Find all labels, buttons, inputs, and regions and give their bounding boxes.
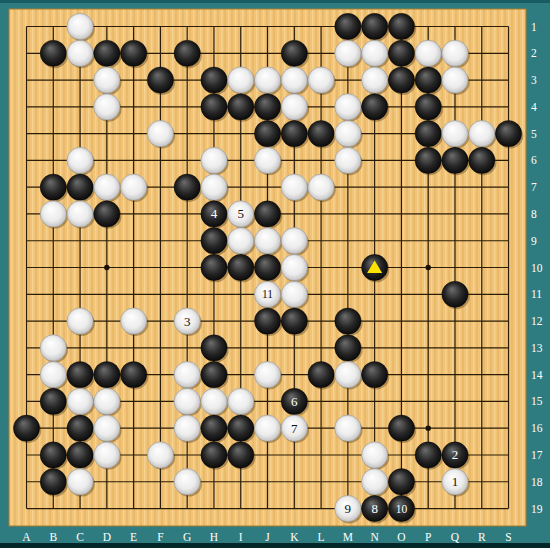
white-stone[interactable] — [201, 388, 227, 414]
white-stone[interactable] — [281, 174, 307, 200]
row-label-15: 15 — [531, 395, 543, 407]
black-stone[interactable] — [201, 442, 227, 468]
black-stone[interactable] — [174, 174, 200, 200]
white-stone[interactable] — [94, 174, 120, 200]
column-label-S: S — [505, 531, 511, 543]
black-stone[interactable] — [415, 120, 441, 146]
white-stone[interactable] — [308, 174, 334, 200]
black-stone[interactable] — [120, 40, 146, 66]
black-stone[interactable] — [415, 67, 441, 93]
white-stone[interactable] — [94, 94, 120, 120]
column-label-I: I — [239, 531, 243, 543]
black-stone[interactable] — [281, 308, 307, 334]
white-stone[interactable] — [281, 254, 307, 280]
column-label-B: B — [49, 531, 57, 543]
black-stone[interactable] — [201, 361, 227, 387]
white-stone[interactable] — [281, 94, 307, 120]
black-stone[interactable] — [40, 442, 66, 468]
column-label-A: A — [22, 531, 31, 543]
black-stone[interactable] — [388, 40, 414, 66]
black-stone[interactable] — [254, 94, 280, 120]
black-stone[interactable] — [67, 415, 93, 441]
column-label-F: F — [157, 531, 163, 543]
go-board[interactable]: 1234567891011ABCDEFGHIJKLMNOPQRS12345678… — [0, 0, 550, 548]
column-label-Q: Q — [451, 531, 460, 543]
white-stone[interactable] — [281, 228, 307, 254]
white-stone[interactable] — [228, 388, 254, 414]
white-stone[interactable] — [335, 147, 361, 173]
white-stone[interactable] — [335, 40, 361, 66]
white-stone[interactable] — [40, 201, 66, 227]
black-stone[interactable] — [67, 442, 93, 468]
row-label-16: 16 — [531, 422, 543, 434]
black-stone[interactable] — [228, 94, 254, 120]
star-point-P16 — [426, 426, 431, 431]
row-label-13: 13 — [531, 342, 543, 354]
black-stone[interactable] — [442, 281, 468, 307]
white-stone[interactable] — [335, 94, 361, 120]
frame-top-edge — [0, 0, 550, 3]
white-stone[interactable] — [281, 281, 307, 307]
row-label-10: 10 — [531, 262, 543, 274]
move-number-6: 6 — [291, 394, 298, 409]
white-stone[interactable] — [174, 415, 200, 441]
move-number-10: 10 — [396, 503, 408, 515]
black-stone[interactable] — [40, 388, 66, 414]
white-stone[interactable] — [254, 147, 280, 173]
star-point-P10 — [426, 265, 431, 270]
white-stone[interactable] — [361, 40, 387, 66]
black-stone[interactable] — [442, 147, 468, 173]
white-stone[interactable] — [201, 174, 227, 200]
black-stone[interactable] — [94, 201, 120, 227]
black-stone[interactable] — [415, 442, 441, 468]
row-label-18: 18 — [531, 476, 543, 488]
black-stone[interactable] — [147, 67, 173, 93]
black-stone[interactable] — [40, 469, 66, 495]
white-stone[interactable] — [442, 120, 468, 146]
row-label-14: 14 — [531, 369, 543, 381]
black-stone[interactable] — [174, 40, 200, 66]
white-stone[interactable] — [174, 361, 200, 387]
black-stone[interactable] — [335, 13, 361, 39]
black-stone[interactable] — [94, 40, 120, 66]
black-stone[interactable] — [228, 442, 254, 468]
white-stone[interactable] — [67, 147, 93, 173]
black-stone[interactable] — [335, 308, 361, 334]
white-stone[interactable] — [67, 201, 93, 227]
black-stone[interactable] — [67, 361, 93, 387]
black-stone[interactable] — [254, 120, 280, 146]
row-label-9: 9 — [531, 235, 537, 247]
column-label-H: H — [210, 531, 218, 543]
black-stone[interactable] — [254, 201, 280, 227]
move-number-7: 7 — [291, 421, 298, 436]
white-stone[interactable] — [94, 415, 120, 441]
black-stone[interactable] — [281, 120, 307, 146]
black-stone[interactable] — [361, 361, 387, 387]
row-label-12: 12 — [531, 315, 543, 327]
column-label-C: C — [76, 531, 84, 543]
column-label-N: N — [370, 531, 379, 543]
white-stone[interactable] — [228, 67, 254, 93]
black-stone[interactable] — [415, 94, 441, 120]
white-stone[interactable] — [361, 442, 387, 468]
white-stone[interactable] — [254, 361, 280, 387]
black-stone[interactable] — [228, 415, 254, 441]
column-label-D: D — [103, 531, 111, 543]
row-label-4: 4 — [531, 101, 537, 113]
white-stone[interactable] — [174, 469, 200, 495]
black-stone[interactable] — [13, 415, 39, 441]
move-number-1: 1 — [452, 474, 459, 489]
black-stone[interactable] — [94, 361, 120, 387]
star-point-D10 — [104, 265, 109, 270]
column-label-J: J — [265, 531, 270, 543]
black-stone[interactable] — [469, 147, 495, 173]
white-stone[interactable] — [67, 469, 93, 495]
black-stone[interactable] — [281, 40, 307, 66]
black-stone[interactable] — [120, 361, 146, 387]
white-stone[interactable] — [201, 147, 227, 173]
black-stone[interactable] — [254, 308, 280, 334]
black-stone[interactable] — [388, 415, 414, 441]
white-stone[interactable] — [335, 120, 361, 146]
white-stone[interactable] — [254, 415, 280, 441]
white-stone[interactable] — [361, 67, 387, 93]
white-stone[interactable] — [120, 174, 146, 200]
white-stone[interactable] — [94, 442, 120, 468]
white-stone[interactable] — [147, 442, 173, 468]
move-number-2: 2 — [452, 447, 459, 462]
column-label-O: O — [397, 531, 405, 543]
black-stone[interactable] — [254, 254, 280, 280]
row-label-7: 7 — [531, 181, 537, 193]
frame-bottom-strip — [0, 543, 550, 548]
white-stone[interactable] — [94, 67, 120, 93]
black-stone[interactable] — [361, 13, 387, 39]
black-stone[interactable] — [67, 174, 93, 200]
column-label-P: P — [425, 531, 431, 543]
column-label-R: R — [478, 531, 486, 543]
black-stone[interactable] — [388, 67, 414, 93]
black-stone[interactable] — [495, 120, 521, 146]
column-label-G: G — [183, 531, 191, 543]
black-stone[interactable] — [40, 174, 66, 200]
black-stone[interactable] — [201, 335, 227, 361]
column-label-M: M — [343, 531, 353, 543]
black-stone[interactable] — [308, 361, 334, 387]
column-label-L: L — [318, 531, 325, 543]
white-stone[interactable] — [120, 308, 146, 334]
move-number-5: 5 — [237, 206, 244, 221]
white-stone[interactable] — [40, 335, 66, 361]
white-stone[interactable] — [40, 361, 66, 387]
black-stone[interactable] — [201, 415, 227, 441]
white-stone[interactable] — [361, 469, 387, 495]
column-label-K: K — [290, 531, 299, 543]
row-label-3: 3 — [531, 74, 537, 86]
white-stone[interactable] — [442, 40, 468, 66]
column-label-E: E — [130, 531, 137, 543]
white-stone[interactable] — [469, 120, 495, 146]
move-number-3: 3 — [184, 314, 191, 329]
row-label-8: 8 — [531, 208, 537, 220]
white-stone[interactable] — [174, 388, 200, 414]
white-stone[interactable] — [67, 308, 93, 334]
move-number-9: 9 — [345, 501, 352, 516]
black-stone[interactable] — [361, 94, 387, 120]
black-stone[interactable] — [40, 40, 66, 66]
white-stone[interactable] — [442, 67, 468, 93]
black-stone[interactable] — [201, 67, 227, 93]
black-stone[interactable] — [388, 469, 414, 495]
white-stone[interactable] — [94, 388, 120, 414]
black-stone[interactable] — [201, 228, 227, 254]
move-number-4: 4 — [211, 206, 218, 221]
white-stone[interactable] — [254, 67, 280, 93]
white-stone[interactable] — [228, 228, 254, 254]
white-stone[interactable] — [335, 415, 361, 441]
go-board-app: 1234567891011ABCDEFGHIJKLMNOPQRS12345678… — [0, 0, 550, 548]
row-label-1: 1 — [531, 21, 537, 33]
black-stone[interactable] — [335, 335, 361, 361]
white-stone[interactable] — [67, 388, 93, 414]
row-label-6: 6 — [531, 154, 537, 166]
white-stone[interactable] — [254, 228, 280, 254]
white-stone[interactable] — [67, 40, 93, 66]
white-stone[interactable] — [335, 361, 361, 387]
black-stone[interactable] — [201, 94, 227, 120]
white-stone[interactable] — [308, 67, 334, 93]
move-number-8: 8 — [371, 501, 378, 516]
row-label-17: 17 — [531, 449, 543, 461]
row-label-11: 11 — [531, 288, 542, 300]
move-number-11: 11 — [262, 288, 273, 300]
black-stone[interactable] — [228, 254, 254, 280]
black-stone[interactable] — [308, 120, 334, 146]
white-stone[interactable] — [67, 13, 93, 39]
white-stone[interactable] — [147, 120, 173, 146]
row-label-19: 19 — [531, 503, 543, 515]
row-label-2: 2 — [531, 47, 537, 59]
white-stone[interactable] — [281, 67, 307, 93]
black-stone[interactable] — [388, 13, 414, 39]
row-label-5: 5 — [531, 128, 537, 140]
black-stone[interactable] — [415, 147, 441, 173]
black-stone[interactable] — [201, 254, 227, 280]
white-stone[interactable] — [415, 40, 441, 66]
